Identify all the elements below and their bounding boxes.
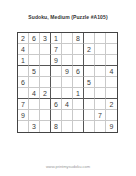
cell-r3c6-empty[interactable] — [73, 55, 84, 66]
cell-r9c1-empty[interactable] — [18, 121, 29, 132]
sudoku-board: 2631847219596465421764297389 — [17, 32, 118, 133]
sudoku-page: Sudoku, Medium (Puzzle #A105) 2631847219… — [0, 0, 136, 176]
cell-r6c8-empty[interactable] — [95, 88, 106, 99]
cell-r8c5-empty[interactable] — [62, 110, 73, 121]
cell-r6c6-given[interactable]: 1 — [73, 88, 84, 99]
cell-r1c7-empty[interactable] — [84, 33, 95, 44]
cell-r6c5-empty[interactable] — [62, 88, 73, 99]
cell-r8c8-given[interactable]: 7 — [95, 110, 106, 121]
cell-r1c6-given[interactable]: 8 — [73, 33, 84, 44]
cell-r6c4-empty[interactable] — [51, 88, 62, 99]
cell-r1c2-given[interactable]: 6 — [29, 33, 40, 44]
cell-r2c3-empty[interactable] — [40, 44, 51, 55]
cell-r8c9-empty[interactable] — [106, 110, 117, 121]
cell-r7c5-given[interactable]: 4 — [62, 99, 73, 110]
cell-r3c8-empty[interactable] — [95, 55, 106, 66]
cell-r9c2-given[interactable]: 3 — [29, 121, 40, 132]
cell-r9c3-empty[interactable] — [40, 121, 51, 132]
cell-r3c4-given[interactable]: 9 — [51, 55, 62, 66]
cell-r1c9-empty[interactable] — [106, 33, 117, 44]
cell-r6c7-empty[interactable] — [84, 88, 95, 99]
cell-r4c1-empty[interactable] — [18, 66, 29, 77]
cell-r7c4-given[interactable]: 6 — [51, 99, 62, 110]
cell-r1c5-empty[interactable] — [62, 33, 73, 44]
cell-r5c4-empty[interactable] — [51, 77, 62, 88]
cell-r9c7-empty[interactable] — [84, 121, 95, 132]
cell-r1c1-given[interactable]: 2 — [18, 33, 29, 44]
cell-r6c1-empty[interactable] — [18, 88, 29, 99]
cell-r9c8-empty[interactable] — [95, 121, 106, 132]
cell-r4c8-empty[interactable] — [95, 66, 106, 77]
cell-r4c5-given[interactable]: 9 — [62, 66, 73, 77]
cell-r2c1-given[interactable]: 4 — [18, 44, 29, 55]
cell-r3c9-empty[interactable] — [106, 55, 117, 66]
cell-r4c6-given[interactable]: 6 — [73, 66, 84, 77]
cell-r9c4-given[interactable]: 8 — [51, 121, 62, 132]
cell-r7c9-given[interactable]: 2 — [106, 99, 117, 110]
cell-r5c2-empty[interactable] — [29, 77, 40, 88]
cell-r8c4-empty[interactable] — [51, 110, 62, 121]
cell-r2c7-given[interactable]: 2 — [84, 44, 95, 55]
cell-r5c8-empty[interactable] — [95, 77, 106, 88]
cell-r5c7-given[interactable]: 5 — [84, 77, 95, 88]
cell-r9c9-given[interactable]: 9 — [106, 121, 117, 132]
cell-r4c4-empty[interactable] — [51, 66, 62, 77]
cell-r7c8-empty[interactable] — [95, 99, 106, 110]
cell-r4c9-given[interactable]: 4 — [106, 66, 117, 77]
cell-r8c7-empty[interactable] — [84, 110, 95, 121]
cell-r3c7-empty[interactable] — [84, 55, 95, 66]
cell-r2c9-empty[interactable] — [106, 44, 117, 55]
cell-r6c9-empty[interactable] — [106, 88, 117, 99]
cell-r1c3-given[interactable]: 3 — [40, 33, 51, 44]
cell-r6c3-given[interactable]: 2 — [40, 88, 51, 99]
cell-r7c7-empty[interactable] — [84, 99, 95, 110]
cell-r4c7-empty[interactable] — [84, 66, 95, 77]
cell-r2c2-empty[interactable] — [29, 44, 40, 55]
cell-r5c1-given[interactable]: 6 — [18, 77, 29, 88]
page-title: Sudoku, Medium (Puzzle #A105) — [0, 14, 136, 20]
cell-r7c2-empty[interactable] — [29, 99, 40, 110]
cell-r5c9-empty[interactable] — [106, 77, 117, 88]
cell-r2c6-empty[interactable] — [73, 44, 84, 55]
cell-r9c5-empty[interactable] — [62, 121, 73, 132]
cell-r7c1-given[interactable]: 7 — [18, 99, 29, 110]
cell-r3c1-given[interactable]: 1 — [18, 55, 29, 66]
footer-url: www.printmysudoku.com — [0, 164, 136, 169]
cell-r4c2-given[interactable]: 5 — [29, 66, 40, 77]
cell-r3c5-empty[interactable] — [62, 55, 73, 66]
cell-r2c8-empty[interactable] — [95, 44, 106, 55]
cell-r8c2-empty[interactable] — [29, 110, 40, 121]
cell-r7c6-empty[interactable] — [73, 99, 84, 110]
cell-r5c3-empty[interactable] — [40, 77, 51, 88]
cell-r9c6-empty[interactable] — [73, 121, 84, 132]
cell-r2c4-given[interactable]: 7 — [51, 44, 62, 55]
cell-r4c3-empty[interactable] — [40, 66, 51, 77]
cell-r7c3-empty[interactable] — [40, 99, 51, 110]
cell-r8c1-given[interactable]: 9 — [18, 110, 29, 121]
cell-r1c4-given[interactable]: 1 — [51, 33, 62, 44]
cell-r2c5-empty[interactable] — [62, 44, 73, 55]
cell-r3c2-empty[interactable] — [29, 55, 40, 66]
cell-r5c6-empty[interactable] — [73, 77, 84, 88]
cell-r3c3-empty[interactable] — [40, 55, 51, 66]
cell-r8c6-empty[interactable] — [73, 110, 84, 121]
cell-r8c3-empty[interactable] — [40, 110, 51, 121]
cell-r5c5-empty[interactable] — [62, 77, 73, 88]
cell-r6c2-given[interactable]: 4 — [29, 88, 40, 99]
cell-r1c8-empty[interactable] — [95, 33, 106, 44]
